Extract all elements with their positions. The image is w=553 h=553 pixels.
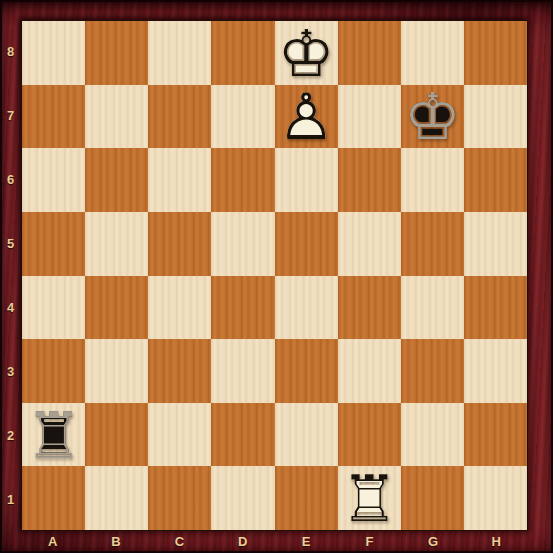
square-b6[interactable] [85, 148, 148, 212]
square-h7[interactable] [464, 85, 527, 149]
square-b7[interactable] [85, 85, 148, 149]
square-e7[interactable]: ♟♙ [275, 85, 338, 149]
square-d1[interactable] [211, 466, 274, 530]
file-label-a: A [21, 531, 84, 551]
square-g5[interactable] [401, 212, 464, 276]
file-label-c: C [148, 531, 211, 551]
square-a2[interactable]: ♜♖ [22, 403, 85, 467]
square-f1[interactable]: ♜♖ [338, 466, 401, 530]
square-h4[interactable] [464, 276, 527, 340]
square-f3[interactable] [338, 339, 401, 403]
square-d2[interactable] [211, 403, 274, 467]
square-c4[interactable] [148, 276, 211, 340]
square-d6[interactable] [211, 148, 274, 212]
square-c7[interactable] [148, 85, 211, 149]
square-d7[interactable] [211, 85, 274, 149]
square-g2[interactable] [401, 403, 464, 467]
square-e8[interactable]: ♚♔ [275, 21, 338, 85]
rank-label-6: 6 [0, 148, 21, 212]
square-a1[interactable] [22, 466, 85, 530]
square-c8[interactable] [148, 21, 211, 85]
chess-board: ♚♔♟♙♚♔♜♖♜♖ [21, 20, 528, 531]
file-label-b: B [84, 531, 147, 551]
square-c2[interactable] [148, 403, 211, 467]
rank-label-8: 8 [0, 20, 21, 84]
square-b8[interactable] [85, 21, 148, 85]
square-d8[interactable] [211, 21, 274, 85]
square-d3[interactable] [211, 339, 274, 403]
rank-label-3: 3 [0, 339, 21, 403]
square-a6[interactable] [22, 148, 85, 212]
file-label-h: H [465, 531, 528, 551]
square-h3[interactable] [464, 339, 527, 403]
white-pawn-outline-glyph: ♙ [275, 86, 338, 150]
black-king-outline-glyph: ♔ [401, 86, 464, 150]
square-e6[interactable] [275, 148, 338, 212]
square-b3[interactable] [85, 339, 148, 403]
square-g7[interactable]: ♚♔ [401, 85, 464, 149]
file-label-e: E [275, 531, 338, 551]
square-b4[interactable] [85, 276, 148, 340]
white-king-outline-glyph: ♔ [275, 22, 338, 86]
square-d4[interactable] [211, 276, 274, 340]
rank-label-5: 5 [0, 212, 21, 276]
square-a7[interactable] [22, 85, 85, 149]
square-a3[interactable] [22, 339, 85, 403]
square-c3[interactable] [148, 339, 211, 403]
square-f7[interactable] [338, 85, 401, 149]
black-king-g7[interactable]: ♚♔ [401, 85, 464, 149]
square-e1[interactable] [275, 466, 338, 530]
square-b5[interactable] [85, 212, 148, 276]
square-e4[interactable] [275, 276, 338, 340]
square-h2[interactable] [464, 403, 527, 467]
square-c6[interactable] [148, 148, 211, 212]
square-f8[interactable] [338, 21, 401, 85]
square-e2[interactable] [275, 403, 338, 467]
white-king-e8[interactable]: ♚♔ [275, 21, 338, 85]
square-f4[interactable] [338, 276, 401, 340]
file-label-d: D [211, 531, 274, 551]
square-f6[interactable] [338, 148, 401, 212]
square-e5[interactable] [275, 212, 338, 276]
white-rook-f1[interactable]: ♜♖ [338, 466, 401, 530]
file-label-f: F [338, 531, 401, 551]
white-pawn-e7[interactable]: ♟♙ [275, 85, 338, 149]
rank-label-1: 1 [0, 467, 21, 531]
square-h1[interactable] [464, 466, 527, 530]
square-a4[interactable] [22, 276, 85, 340]
square-g1[interactable] [401, 466, 464, 530]
chess-board-frame: 87654321 ♚♔♟♙♚♔♜♖♜♖ ABCDEFGH [0, 0, 553, 553]
square-d5[interactable] [211, 212, 274, 276]
square-a8[interactable] [22, 21, 85, 85]
square-h6[interactable] [464, 148, 527, 212]
square-a5[interactable] [22, 212, 85, 276]
file-label-g: G [401, 531, 464, 551]
rank-label-2: 2 [0, 403, 21, 467]
square-c1[interactable] [148, 466, 211, 530]
square-c5[interactable] [148, 212, 211, 276]
black-rook-a2[interactable]: ♜♖ [22, 403, 85, 467]
square-g3[interactable] [401, 339, 464, 403]
square-g8[interactable] [401, 21, 464, 85]
rank-labels: 87654321 [0, 20, 21, 531]
file-labels: ABCDEFGH [21, 531, 528, 551]
square-f2[interactable] [338, 403, 401, 467]
square-g6[interactable] [401, 148, 464, 212]
square-b2[interactable] [85, 403, 148, 467]
rank-label-7: 7 [0, 84, 21, 148]
square-b1[interactable] [85, 466, 148, 530]
square-g4[interactable] [401, 276, 464, 340]
square-f5[interactable] [338, 212, 401, 276]
black-rook-outline-glyph: ♖ [22, 404, 85, 468]
square-h5[interactable] [464, 212, 527, 276]
rank-label-4: 4 [0, 276, 21, 340]
square-h8[interactable] [464, 21, 527, 85]
white-rook-outline-glyph: ♖ [338, 467, 401, 531]
square-e3[interactable] [275, 339, 338, 403]
